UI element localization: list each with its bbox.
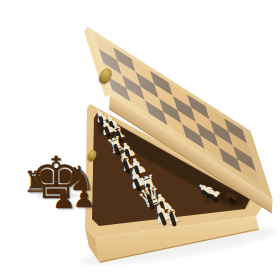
chess-set-product-photo: ♟♟♟♝♜♟♝♟♟♜♛♟♟♝♟♟♞ ♜♚♟♞♟ (0, 0, 280, 280)
standing-pieces-layer: ♜♚♟♞♟ (0, 0, 280, 280)
standing-piece-pawn: ♟ (73, 186, 95, 211)
